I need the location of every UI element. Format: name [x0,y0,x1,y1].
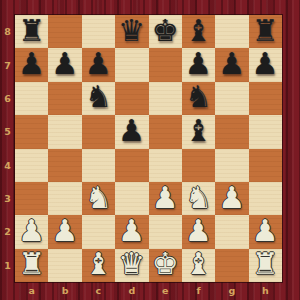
square-e6[interactable] [149,82,182,115]
square-g2[interactable] [215,215,248,248]
square-h4[interactable] [249,149,282,182]
square-a5[interactable] [15,115,48,148]
rank-label-2: 2 [0,215,15,248]
square-b3[interactable] [48,182,81,215]
square-g4[interactable] [215,149,248,182]
rank-label-3: 3 [0,182,15,215]
square-e5[interactable] [149,115,182,148]
rank-label-5: 5 [0,115,15,148]
chessboard: ♜♛♚♝♜♟♟♟♟♟♟♞♞♟♝♞♟♞♟♟♟♟♟♟♜♝♛♚♝♜ [15,15,282,282]
white-pawn-a2[interactable]: ♟ [18,216,45,246]
file-label-c: c [82,282,115,298]
square-c7[interactable]: ♟ [82,48,115,81]
rank-label-8: 8 [0,15,15,48]
square-e7[interactable] [149,48,182,81]
rank-label-4: 4 [0,149,15,182]
square-g8[interactable] [215,15,248,48]
black-rook-h8[interactable]: ♜ [252,16,279,46]
square-b8[interactable] [48,15,81,48]
square-d4[interactable] [115,149,148,182]
square-b4[interactable] [48,149,81,182]
white-rook-a1[interactable]: ♜ [18,249,45,279]
square-a1[interactable]: ♜ [15,249,48,282]
black-king-e8[interactable]: ♚ [152,16,179,46]
square-h3[interactable] [249,182,282,215]
square-a7[interactable]: ♟ [15,48,48,81]
square-b6[interactable] [48,82,81,115]
rank-label-1: 1 [0,249,15,282]
square-f1[interactable]: ♝ [182,249,215,282]
square-g7[interactable]: ♟ [215,48,248,81]
square-f2[interactable]: ♟ [182,215,215,248]
white-pawn-h2[interactable]: ♟ [252,216,279,246]
file-label-e: e [149,282,182,298]
square-h8[interactable]: ♜ [249,15,282,48]
square-e8[interactable]: ♚ [149,15,182,48]
file-label-d: d [115,282,148,298]
square-g1[interactable] [215,249,248,282]
black-bishop-f5[interactable]: ♝ [185,116,212,146]
black-rook-a8[interactable]: ♜ [18,16,45,46]
white-pawn-d2[interactable]: ♟ [118,216,145,246]
white-pawn-g3[interactable]: ♟ [218,183,245,213]
black-bishop-f8[interactable]: ♝ [185,16,212,46]
white-pawn-b2[interactable]: ♟ [52,216,79,246]
square-g5[interactable] [215,115,248,148]
square-e4[interactable] [149,149,182,182]
white-rook-h1[interactable]: ♜ [252,249,279,279]
black-pawn-f7[interactable]: ♟ [185,49,212,79]
square-e1[interactable]: ♚ [149,249,182,282]
square-e3[interactable]: ♟ [149,182,182,215]
file-label-g: g [215,282,248,298]
square-a8[interactable]: ♜ [15,15,48,48]
square-f4[interactable] [182,149,215,182]
black-pawn-c7[interactable]: ♟ [85,49,112,79]
white-king-e1[interactable]: ♚ [152,249,179,279]
white-bishop-c1[interactable]: ♝ [85,249,112,279]
square-b7[interactable]: ♟ [48,48,81,81]
square-b5[interactable] [48,115,81,148]
square-d6[interactable] [115,82,148,115]
square-f6[interactable]: ♞ [182,82,215,115]
square-f7[interactable]: ♟ [182,48,215,81]
square-h5[interactable] [249,115,282,148]
rank-label-7: 7 [0,48,15,81]
square-c5[interactable] [82,115,115,148]
square-a2[interactable]: ♟ [15,215,48,248]
square-d3[interactable] [115,182,148,215]
square-c6[interactable]: ♞ [82,82,115,115]
white-pawn-e3[interactable]: ♟ [152,183,179,213]
square-a6[interactable] [15,82,48,115]
square-d7[interactable] [115,48,148,81]
square-c4[interactable] [82,149,115,182]
black-pawn-a7[interactable]: ♟ [18,49,45,79]
square-b1[interactable] [48,249,81,282]
white-knight-c3[interactable]: ♞ [85,183,112,213]
square-e2[interactable] [149,215,182,248]
square-c2[interactable] [82,215,115,248]
black-knight-c6[interactable]: ♞ [85,82,112,112]
black-pawn-h7[interactable]: ♟ [252,49,279,79]
black-knight-f6[interactable]: ♞ [185,82,212,112]
square-h1[interactable]: ♜ [249,249,282,282]
square-a3[interactable] [15,182,48,215]
black-pawn-b7[interactable]: ♟ [52,49,79,79]
white-knight-f3[interactable]: ♞ [185,183,212,213]
square-h6[interactable] [249,82,282,115]
square-g6[interactable] [215,82,248,115]
square-d2[interactable]: ♟ [115,215,148,248]
file-label-f: f [182,282,215,298]
black-pawn-d5[interactable]: ♟ [118,116,145,146]
square-f5[interactable]: ♝ [182,115,215,148]
file-label-b: b [48,282,81,298]
black-pawn-g7[interactable]: ♟ [218,49,245,79]
square-b2[interactable]: ♟ [48,215,81,248]
black-queen-d8[interactable]: ♛ [118,16,145,46]
rank-label-6: 6 [0,82,15,115]
square-c3[interactable]: ♞ [82,182,115,215]
square-c8[interactable] [82,15,115,48]
square-c1[interactable]: ♝ [82,249,115,282]
chessboard-frame: ♜♛♚♝♜♟♟♟♟♟♟♞♞♟♝♞♟♞♟♟♟♟♟♟♜♝♛♚♝♜ 87654321 … [0,0,300,300]
square-g3[interactable]: ♟ [215,182,248,215]
white-bishop-f1[interactable]: ♝ [185,249,212,279]
square-f3[interactable]: ♞ [182,182,215,215]
white-pawn-f2[interactable]: ♟ [185,216,212,246]
file-label-a: a [15,282,48,298]
square-f8[interactable]: ♝ [182,15,215,48]
white-queen-d1[interactable]: ♛ [118,249,145,279]
square-d1[interactable]: ♛ [115,249,148,282]
square-d8[interactable]: ♛ [115,15,148,48]
file-label-h: h [249,282,282,298]
square-h2[interactable]: ♟ [249,215,282,248]
square-h7[interactable]: ♟ [249,48,282,81]
square-a4[interactable] [15,149,48,182]
square-d5[interactable]: ♟ [115,115,148,148]
